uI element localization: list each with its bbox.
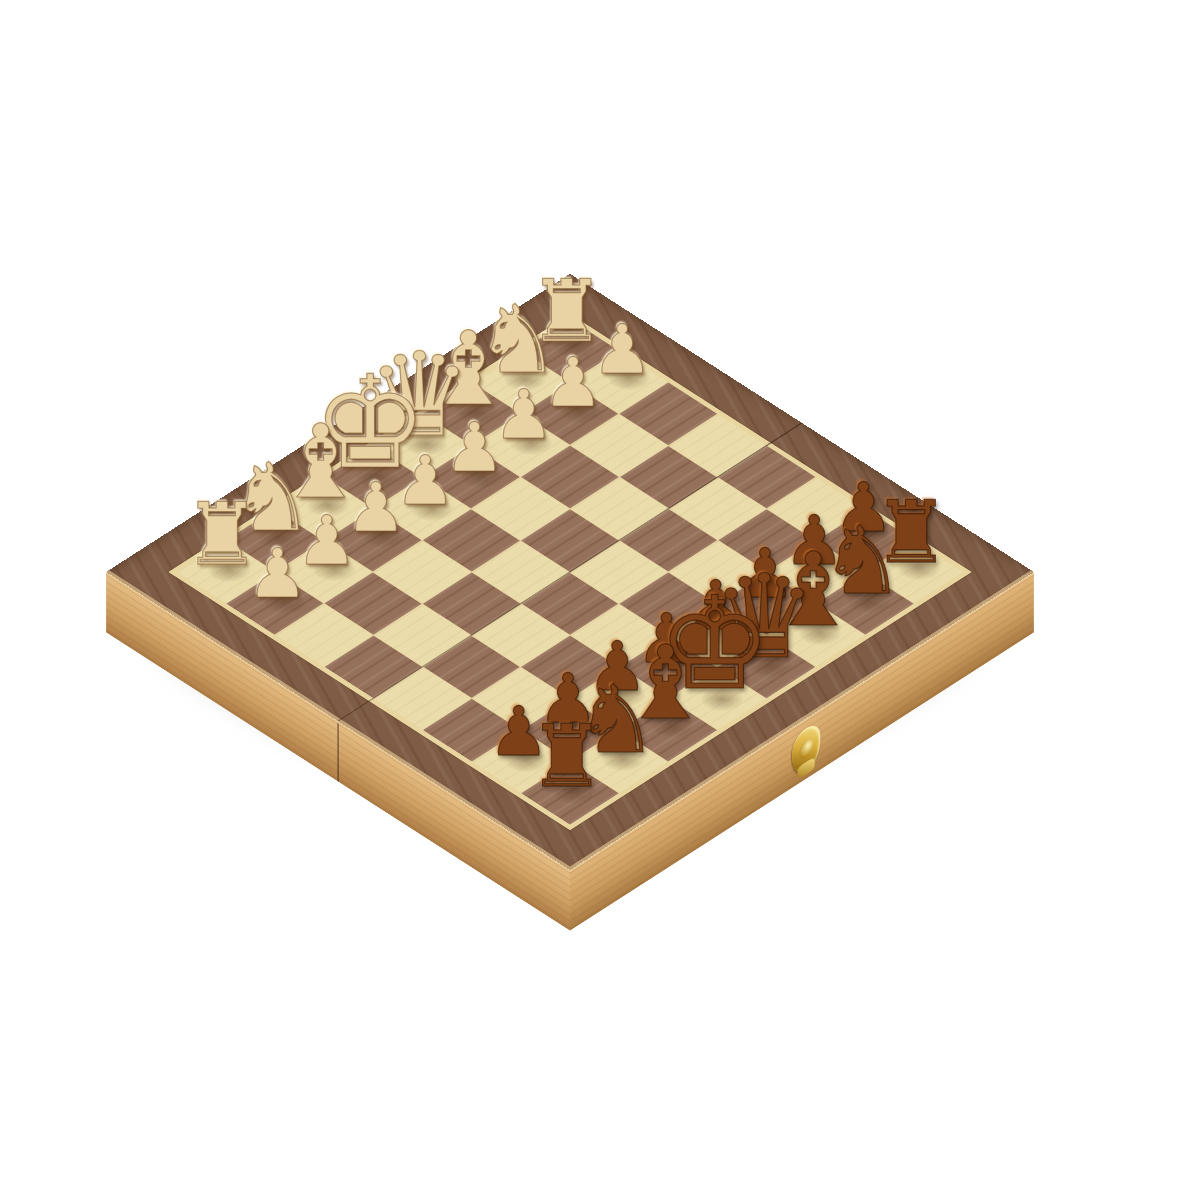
product-photo-canvas: ♜♞♝♛♚♝♞♜♟♟♟♟♟♟♟♟♟♟♟♟♟♟♟♟♜♞♝♛♚♝♞♜ <box>0 0 1200 1200</box>
piece-black-rook-h8[interactable]: ♜ <box>497 713 637 799</box>
fold-seam-side <box>337 723 338 782</box>
piece-white-pawn-h2[interactable]: ♟ <box>208 540 348 608</box>
brass-clasp[interactable] <box>792 719 820 780</box>
